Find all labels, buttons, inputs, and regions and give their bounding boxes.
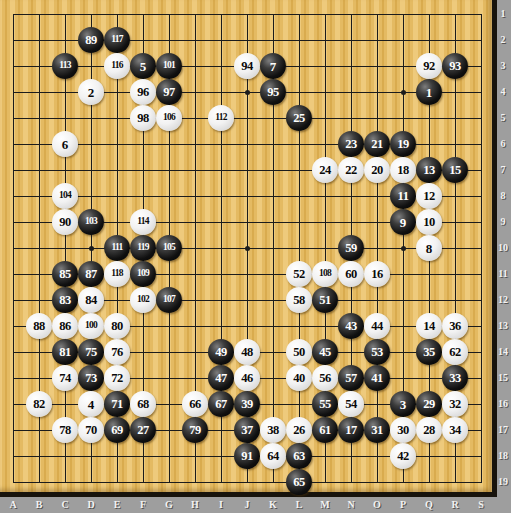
intersection-I18[interactable]: [208, 443, 234, 469]
intersection-D1[interactable]: [78, 1, 104, 27]
intersection-E15[interactable]: 72: [104, 365, 130, 391]
intersection-D3[interactable]: [78, 53, 104, 79]
intersection-F11[interactable]: 109: [130, 261, 156, 287]
intersection-I17[interactable]: [208, 417, 234, 443]
intersection-S8[interactable]: [468, 183, 494, 209]
intersection-K1[interactable]: [260, 1, 286, 27]
intersection-L12[interactable]: 58: [286, 287, 312, 313]
intersection-B7[interactable]: [26, 157, 52, 183]
intersection-P13[interactable]: [390, 313, 416, 339]
intersection-C17[interactable]: 78: [52, 417, 78, 443]
intersection-P7[interactable]: 18: [390, 157, 416, 183]
intersection-P9[interactable]: 9: [390, 209, 416, 235]
intersection-H2[interactable]: [182, 27, 208, 53]
intersection-I10[interactable]: [208, 235, 234, 261]
intersection-N14[interactable]: [338, 339, 364, 365]
intersection-R3[interactable]: 93: [442, 53, 468, 79]
intersection-F8[interactable]: [130, 183, 156, 209]
intersection-M4[interactable]: [312, 79, 338, 105]
intersection-I3[interactable]: [208, 53, 234, 79]
intersection-B8[interactable]: [26, 183, 52, 209]
intersection-Q14[interactable]: 35: [416, 339, 442, 365]
intersection-N9[interactable]: [338, 209, 364, 235]
intersection-J18[interactable]: 91: [234, 443, 260, 469]
intersection-P10[interactable]: [390, 235, 416, 261]
intersection-N18[interactable]: [338, 443, 364, 469]
intersection-J9[interactable]: [234, 209, 260, 235]
intersection-B2[interactable]: [26, 27, 52, 53]
intersection-P3[interactable]: [390, 53, 416, 79]
intersection-D8[interactable]: [78, 183, 104, 209]
intersection-D12[interactable]: 84: [78, 287, 104, 313]
intersection-G19[interactable]: [156, 469, 182, 495]
intersection-C10[interactable]: [52, 235, 78, 261]
intersection-I1[interactable]: [208, 1, 234, 27]
intersection-M9[interactable]: [312, 209, 338, 235]
intersection-M6[interactable]: [312, 131, 338, 157]
intersection-D6[interactable]: [78, 131, 104, 157]
intersection-G2[interactable]: [156, 27, 182, 53]
intersection-Q17[interactable]: 28: [416, 417, 442, 443]
intersection-O7[interactable]: 20: [364, 157, 390, 183]
intersection-E4[interactable]: [104, 79, 130, 105]
intersection-H1[interactable]: [182, 1, 208, 27]
intersection-D11[interactable]: 87: [78, 261, 104, 287]
intersection-R14[interactable]: 62: [442, 339, 468, 365]
intersection-E3[interactable]: 116: [104, 53, 130, 79]
intersection-P19[interactable]: [390, 469, 416, 495]
intersection-K7[interactable]: [260, 157, 286, 183]
intersection-F6[interactable]: [130, 131, 156, 157]
intersection-I8[interactable]: [208, 183, 234, 209]
intersection-S10[interactable]: [468, 235, 494, 261]
intersection-R6[interactable]: [442, 131, 468, 157]
intersection-I12[interactable]: [208, 287, 234, 313]
intersection-B3[interactable]: [26, 53, 52, 79]
intersection-I16[interactable]: 67: [208, 391, 234, 417]
intersection-B5[interactable]: [26, 105, 52, 131]
intersection-K19[interactable]: [260, 469, 286, 495]
intersection-S5[interactable]: [468, 105, 494, 131]
intersection-A7[interactable]: [0, 157, 26, 183]
intersection-Q18[interactable]: [416, 443, 442, 469]
intersection-J13[interactable]: [234, 313, 260, 339]
intersection-J8[interactable]: [234, 183, 260, 209]
intersection-Q10[interactable]: 8: [416, 235, 442, 261]
intersection-A17[interactable]: [0, 417, 26, 443]
intersection-C5[interactable]: [52, 105, 78, 131]
intersection-O2[interactable]: [364, 27, 390, 53]
intersection-B9[interactable]: [26, 209, 52, 235]
intersection-K5[interactable]: [260, 105, 286, 131]
intersection-J14[interactable]: 48: [234, 339, 260, 365]
intersection-G4[interactable]: 97: [156, 79, 182, 105]
intersection-S11[interactable]: [468, 261, 494, 287]
intersection-P4[interactable]: [390, 79, 416, 105]
intersection-J16[interactable]: 39: [234, 391, 260, 417]
intersection-K3[interactable]: 7: [260, 53, 286, 79]
intersection-N12[interactable]: [338, 287, 364, 313]
intersection-J15[interactable]: 46: [234, 365, 260, 391]
intersection-I9[interactable]: [208, 209, 234, 235]
intersection-G8[interactable]: [156, 183, 182, 209]
intersection-L13[interactable]: [286, 313, 312, 339]
intersection-S12[interactable]: [468, 287, 494, 313]
intersection-K14[interactable]: [260, 339, 286, 365]
intersection-O15[interactable]: 41: [364, 365, 390, 391]
intersection-N19[interactable]: [338, 469, 364, 495]
intersection-I19[interactable]: [208, 469, 234, 495]
intersection-Q13[interactable]: 14: [416, 313, 442, 339]
intersection-F19[interactable]: [130, 469, 156, 495]
intersection-K16[interactable]: [260, 391, 286, 417]
intersection-R8[interactable]: [442, 183, 468, 209]
intersection-O8[interactable]: [364, 183, 390, 209]
intersection-F18[interactable]: [130, 443, 156, 469]
intersection-O19[interactable]: [364, 469, 390, 495]
intersection-G15[interactable]: [156, 365, 182, 391]
intersection-J5[interactable]: [234, 105, 260, 131]
intersection-S9[interactable]: [468, 209, 494, 235]
intersection-H13[interactable]: [182, 313, 208, 339]
intersection-D2[interactable]: 89: [78, 27, 104, 53]
intersection-F17[interactable]: 27: [130, 417, 156, 443]
intersection-A10[interactable]: [0, 235, 26, 261]
intersection-E11[interactable]: 118: [104, 261, 130, 287]
intersection-F4[interactable]: 96: [130, 79, 156, 105]
intersection-M8[interactable]: [312, 183, 338, 209]
intersection-J3[interactable]: 94: [234, 53, 260, 79]
intersection-K9[interactable]: [260, 209, 286, 235]
intersection-D18[interactable]: [78, 443, 104, 469]
intersection-G3[interactable]: 101: [156, 53, 182, 79]
intersection-D13[interactable]: 100: [78, 313, 104, 339]
intersection-Q4[interactable]: 1: [416, 79, 442, 105]
intersection-C2[interactable]: [52, 27, 78, 53]
intersection-H7[interactable]: [182, 157, 208, 183]
intersection-P12[interactable]: [390, 287, 416, 313]
intersection-Q9[interactable]: 10: [416, 209, 442, 235]
intersection-G12[interactable]: 107: [156, 287, 182, 313]
intersection-H8[interactable]: [182, 183, 208, 209]
intersection-R4[interactable]: [442, 79, 468, 105]
intersection-P17[interactable]: 30: [390, 417, 416, 443]
intersection-P6[interactable]: 19: [390, 131, 416, 157]
intersection-M3[interactable]: [312, 53, 338, 79]
intersection-Q15[interactable]: [416, 365, 442, 391]
intersection-R5[interactable]: [442, 105, 468, 131]
intersection-M11[interactable]: 108: [312, 261, 338, 287]
intersection-A1[interactable]: [0, 1, 26, 27]
intersection-S14[interactable]: [468, 339, 494, 365]
intersection-H14[interactable]: [182, 339, 208, 365]
intersection-E2[interactable]: 117: [104, 27, 130, 53]
intersection-P16[interactable]: 3: [390, 391, 416, 417]
intersection-L4[interactable]: [286, 79, 312, 105]
intersection-D19[interactable]: [78, 469, 104, 495]
intersection-G18[interactable]: [156, 443, 182, 469]
intersection-B16[interactable]: 82: [26, 391, 52, 417]
intersection-J1[interactable]: [234, 1, 260, 27]
intersection-M16[interactable]: 55: [312, 391, 338, 417]
intersection-E10[interactable]: 111: [104, 235, 130, 261]
intersection-R18[interactable]: [442, 443, 468, 469]
intersection-Q8[interactable]: 12: [416, 183, 442, 209]
intersection-D15[interactable]: 73: [78, 365, 104, 391]
intersection-J7[interactable]: [234, 157, 260, 183]
intersection-E19[interactable]: [104, 469, 130, 495]
intersection-B6[interactable]: [26, 131, 52, 157]
intersection-O3[interactable]: [364, 53, 390, 79]
intersection-O17[interactable]: 31: [364, 417, 390, 443]
intersection-L2[interactable]: [286, 27, 312, 53]
intersection-P2[interactable]: [390, 27, 416, 53]
intersection-S1[interactable]: [468, 1, 494, 27]
intersection-L6[interactable]: [286, 131, 312, 157]
intersection-H6[interactable]: [182, 131, 208, 157]
intersection-Q2[interactable]: [416, 27, 442, 53]
intersection-S7[interactable]: [468, 157, 494, 183]
intersection-L11[interactable]: 52: [286, 261, 312, 287]
intersection-I14[interactable]: 49: [208, 339, 234, 365]
intersection-F9[interactable]: 114: [130, 209, 156, 235]
intersection-M1[interactable]: [312, 1, 338, 27]
intersection-A18[interactable]: [0, 443, 26, 469]
intersection-D4[interactable]: 2: [78, 79, 104, 105]
intersection-E5[interactable]: [104, 105, 130, 131]
intersection-L8[interactable]: [286, 183, 312, 209]
intersection-L9[interactable]: [286, 209, 312, 235]
intersection-Q11[interactable]: [416, 261, 442, 287]
intersection-C1[interactable]: [52, 1, 78, 27]
intersection-M13[interactable]: [312, 313, 338, 339]
intersection-S17[interactable]: [468, 417, 494, 443]
intersection-S18[interactable]: [468, 443, 494, 469]
intersection-S3[interactable]: [468, 53, 494, 79]
intersection-C6[interactable]: 6: [52, 131, 78, 157]
intersection-R7[interactable]: 15: [442, 157, 468, 183]
intersection-A19[interactable]: [0, 469, 26, 495]
intersection-H16[interactable]: 66: [182, 391, 208, 417]
intersection-O14[interactable]: 53: [364, 339, 390, 365]
intersection-C13[interactable]: 86: [52, 313, 78, 339]
intersection-S6[interactable]: [468, 131, 494, 157]
intersection-S4[interactable]: [468, 79, 494, 105]
intersection-R17[interactable]: 34: [442, 417, 468, 443]
intersection-B10[interactable]: [26, 235, 52, 261]
intersection-H18[interactable]: [182, 443, 208, 469]
intersection-M18[interactable]: [312, 443, 338, 469]
intersection-R16[interactable]: 32: [442, 391, 468, 417]
intersection-J19[interactable]: [234, 469, 260, 495]
intersection-D16[interactable]: 4: [78, 391, 104, 417]
intersection-R15[interactable]: 33: [442, 365, 468, 391]
intersection-M17[interactable]: 61: [312, 417, 338, 443]
intersection-P5[interactable]: [390, 105, 416, 131]
intersection-F3[interactable]: 5: [130, 53, 156, 79]
intersection-A9[interactable]: [0, 209, 26, 235]
intersection-M5[interactable]: [312, 105, 338, 131]
intersection-L14[interactable]: 50: [286, 339, 312, 365]
intersection-G5[interactable]: 106: [156, 105, 182, 131]
intersection-C12[interactable]: 83: [52, 287, 78, 313]
intersection-N2[interactable]: [338, 27, 364, 53]
intersection-S19[interactable]: [468, 469, 494, 495]
intersection-C19[interactable]: [52, 469, 78, 495]
intersection-I7[interactable]: [208, 157, 234, 183]
intersection-I2[interactable]: [208, 27, 234, 53]
intersection-H11[interactable]: [182, 261, 208, 287]
intersection-A15[interactable]: [0, 365, 26, 391]
intersection-I6[interactable]: [208, 131, 234, 157]
intersection-A12[interactable]: [0, 287, 26, 313]
intersection-F13[interactable]: [130, 313, 156, 339]
intersection-N7[interactable]: 22: [338, 157, 364, 183]
intersection-N17[interactable]: 17: [338, 417, 364, 443]
intersection-F2[interactable]: [130, 27, 156, 53]
intersection-F15[interactable]: [130, 365, 156, 391]
intersection-F10[interactable]: 119: [130, 235, 156, 261]
intersection-H9[interactable]: [182, 209, 208, 235]
intersection-O5[interactable]: [364, 105, 390, 131]
intersection-C9[interactable]: 90: [52, 209, 78, 235]
intersection-D14[interactable]: 75: [78, 339, 104, 365]
intersection-O13[interactable]: 44: [364, 313, 390, 339]
intersection-J10[interactable]: [234, 235, 260, 261]
intersection-A2[interactable]: [0, 27, 26, 53]
intersection-B18[interactable]: [26, 443, 52, 469]
intersection-D9[interactable]: 103: [78, 209, 104, 235]
intersection-R2[interactable]: [442, 27, 468, 53]
intersection-A8[interactable]: [0, 183, 26, 209]
intersection-L19[interactable]: 65: [286, 469, 312, 495]
intersection-Q5[interactable]: [416, 105, 442, 131]
intersection-D5[interactable]: [78, 105, 104, 131]
intersection-C14[interactable]: 81: [52, 339, 78, 365]
intersection-L5[interactable]: 25: [286, 105, 312, 131]
intersection-A11[interactable]: [0, 261, 26, 287]
intersection-Q19[interactable]: [416, 469, 442, 495]
intersection-J17[interactable]: 37: [234, 417, 260, 443]
intersection-H10[interactable]: [182, 235, 208, 261]
intersection-L1[interactable]: [286, 1, 312, 27]
intersection-L18[interactable]: 63: [286, 443, 312, 469]
intersection-P18[interactable]: 42: [390, 443, 416, 469]
intersection-C16[interactable]: [52, 391, 78, 417]
intersection-I11[interactable]: [208, 261, 234, 287]
intersection-M19[interactable]: [312, 469, 338, 495]
intersection-F1[interactable]: [130, 1, 156, 27]
intersection-O6[interactable]: 21: [364, 131, 390, 157]
intersection-R9[interactable]: [442, 209, 468, 235]
intersection-I5[interactable]: 112: [208, 105, 234, 131]
intersection-E16[interactable]: 71: [104, 391, 130, 417]
intersection-N10[interactable]: 59: [338, 235, 364, 261]
intersection-N1[interactable]: [338, 1, 364, 27]
intersection-C18[interactable]: [52, 443, 78, 469]
intersection-P8[interactable]: 11: [390, 183, 416, 209]
intersection-J6[interactable]: [234, 131, 260, 157]
intersection-D10[interactable]: [78, 235, 104, 261]
intersection-M2[interactable]: [312, 27, 338, 53]
intersection-P11[interactable]: [390, 261, 416, 287]
intersection-E1[interactable]: [104, 1, 130, 27]
intersection-D17[interactable]: 70: [78, 417, 104, 443]
intersection-E17[interactable]: 69: [104, 417, 130, 443]
intersection-A16[interactable]: [0, 391, 26, 417]
intersection-K11[interactable]: [260, 261, 286, 287]
intersection-R11[interactable]: [442, 261, 468, 287]
intersection-O11[interactable]: 16: [364, 261, 390, 287]
intersection-Q12[interactable]: [416, 287, 442, 313]
intersection-S2[interactable]: [468, 27, 494, 53]
intersection-R10[interactable]: [442, 235, 468, 261]
intersection-G7[interactable]: [156, 157, 182, 183]
intersection-F7[interactable]: [130, 157, 156, 183]
intersection-E18[interactable]: [104, 443, 130, 469]
intersection-A14[interactable]: [0, 339, 26, 365]
intersection-Q3[interactable]: 92: [416, 53, 442, 79]
intersection-G9[interactable]: [156, 209, 182, 235]
intersection-N4[interactable]: [338, 79, 364, 105]
intersection-E8[interactable]: [104, 183, 130, 209]
intersection-E9[interactable]: [104, 209, 130, 235]
intersection-B15[interactable]: [26, 365, 52, 391]
intersection-N8[interactable]: [338, 183, 364, 209]
intersection-O18[interactable]: [364, 443, 390, 469]
intersection-H5[interactable]: [182, 105, 208, 131]
intersection-C8[interactable]: 104: [52, 183, 78, 209]
intersection-J12[interactable]: [234, 287, 260, 313]
intersection-S15[interactable]: [468, 365, 494, 391]
intersection-F14[interactable]: [130, 339, 156, 365]
intersection-N6[interactable]: 23: [338, 131, 364, 157]
intersection-Q16[interactable]: 29: [416, 391, 442, 417]
intersection-C3[interactable]: 113: [52, 53, 78, 79]
intersection-J4[interactable]: [234, 79, 260, 105]
intersection-G14[interactable]: [156, 339, 182, 365]
intersection-G11[interactable]: [156, 261, 182, 287]
intersection-L7[interactable]: [286, 157, 312, 183]
intersection-G6[interactable]: [156, 131, 182, 157]
intersection-M12[interactable]: 51: [312, 287, 338, 313]
intersection-H12[interactable]: [182, 287, 208, 313]
intersection-N15[interactable]: 57: [338, 365, 364, 391]
intersection-K6[interactable]: [260, 131, 286, 157]
intersection-O4[interactable]: [364, 79, 390, 105]
intersection-Q1[interactable]: [416, 1, 442, 27]
intersection-I13[interactable]: [208, 313, 234, 339]
intersection-K17[interactable]: 38: [260, 417, 286, 443]
intersection-O9[interactable]: [364, 209, 390, 235]
intersection-K4[interactable]: 95: [260, 79, 286, 105]
intersection-N13[interactable]: 43: [338, 313, 364, 339]
intersection-E14[interactable]: 76: [104, 339, 130, 365]
intersection-P15[interactable]: [390, 365, 416, 391]
intersection-B19[interactable]: [26, 469, 52, 495]
intersection-M14[interactable]: 45: [312, 339, 338, 365]
intersection-O1[interactable]: [364, 1, 390, 27]
intersection-C11[interactable]: 85: [52, 261, 78, 287]
intersection-G1[interactable]: [156, 1, 182, 27]
intersection-B14[interactable]: [26, 339, 52, 365]
intersection-N11[interactable]: 60: [338, 261, 364, 287]
intersection-H17[interactable]: 79: [182, 417, 208, 443]
intersection-H4[interactable]: [182, 79, 208, 105]
intersection-B13[interactable]: 88: [26, 313, 52, 339]
intersection-G17[interactable]: [156, 417, 182, 443]
intersection-G13[interactable]: [156, 313, 182, 339]
